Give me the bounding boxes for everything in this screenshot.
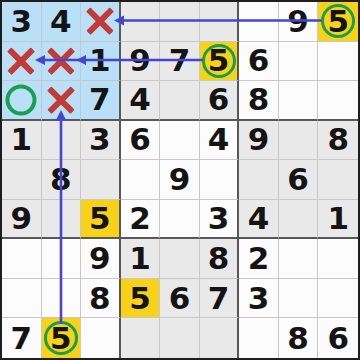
- digit: 7: [10, 323, 32, 354]
- digit: 1: [327, 203, 349, 234]
- cell-r4c5[interactable]: [160, 121, 200, 161]
- sudoku-app: 3495197567468136498896952341918285673758…: [0, 0, 360, 360]
- digit: 3: [248, 283, 270, 314]
- digit: 3: [10, 6, 32, 37]
- cell-r1c7[interactable]: [239, 2, 279, 42]
- cell-r8c6[interactable]: 7: [200, 279, 240, 319]
- cell-r7c4[interactable]: 1: [121, 239, 161, 279]
- cell-r2c4[interactable]: 9: [121, 42, 161, 82]
- cell-r9c5[interactable]: [160, 318, 200, 358]
- digit: 7: [169, 45, 191, 76]
- cell-r4c9[interactable]: 8: [318, 121, 358, 161]
- cell-r7c7[interactable]: 2: [239, 239, 279, 279]
- cell-r5c9[interactable]: [318, 160, 358, 200]
- cell-r6c6[interactable]: 3: [200, 200, 240, 240]
- cell-r1c9[interactable]: 5: [318, 2, 358, 42]
- x-elimination-mark: [46, 85, 76, 115]
- digit: 7: [208, 283, 230, 314]
- cell-r4c2[interactable]: [42, 121, 82, 161]
- cell-r3c4[interactable]: 4: [121, 81, 161, 121]
- cell-r3c7[interactable]: 8: [239, 81, 279, 121]
- cell-r3c8[interactable]: [279, 81, 319, 121]
- cell-r2c6[interactable]: 5: [200, 42, 240, 82]
- cell-r9c8[interactable]: 8: [279, 318, 319, 358]
- cell-r9c1[interactable]: 7: [2, 318, 42, 358]
- cell-r5c4[interactable]: [121, 160, 161, 200]
- cell-r4c1[interactable]: 1: [2, 121, 42, 161]
- cell-r7c9[interactable]: [318, 239, 358, 279]
- cell-r3c1[interactable]: [2, 81, 42, 121]
- cell-r4c4[interactable]: 6: [121, 121, 161, 161]
- cell-r9c9[interactable]: 6: [318, 318, 358, 358]
- digit: 8: [208, 243, 230, 274]
- digit: 6: [327, 323, 349, 354]
- digit: 3: [89, 124, 111, 155]
- cell-r3c9[interactable]: [318, 81, 358, 121]
- cell-r9c4[interactable]: [121, 318, 161, 358]
- digit: 9: [89, 243, 111, 274]
- cell-r6c9[interactable]: 1: [318, 200, 358, 240]
- cell-r7c3[interactable]: 9: [81, 239, 121, 279]
- digit: 6: [208, 84, 230, 115]
- cell-r6c3[interactable]: 5: [81, 200, 121, 240]
- cell-r8c3[interactable]: 8: [81, 279, 121, 319]
- digit: 8: [89, 283, 111, 314]
- cell-r5c2[interactable]: 8: [42, 160, 82, 200]
- cell-r3c3[interactable]: 7: [81, 81, 121, 121]
- cell-r2c8[interactable]: [279, 42, 319, 82]
- cell-r1c3[interactable]: [81, 2, 121, 42]
- cell-r5c7[interactable]: [239, 160, 279, 200]
- cell-r3c6[interactable]: 6: [200, 81, 240, 121]
- green-circle-digit-highlight: [202, 44, 236, 78]
- cell-r8c2[interactable]: [42, 279, 82, 319]
- cell-r6c4[interactable]: 2: [121, 200, 161, 240]
- cell-r5c3[interactable]: [81, 160, 121, 200]
- cell-r4c6[interactable]: 4: [200, 121, 240, 161]
- cell-r4c7[interactable]: 9: [239, 121, 279, 161]
- digit: 2: [248, 243, 270, 274]
- cell-r2c1[interactable]: [2, 42, 42, 82]
- digit: 4: [129, 84, 151, 115]
- cell-r3c2[interactable]: [42, 81, 82, 121]
- digit: 8: [327, 124, 349, 155]
- cell-r9c3[interactable]: [81, 318, 121, 358]
- digit: 8: [248, 84, 270, 115]
- cell-r2c3[interactable]: 1: [81, 42, 121, 82]
- digit: 9: [10, 203, 32, 234]
- sudoku-board: 3495197567468136498896952341918285673758…: [0, 0, 360, 360]
- cell-r8c1[interactable]: [2, 279, 42, 319]
- digit: 9: [287, 6, 309, 37]
- cell-r2c9[interactable]: [318, 42, 358, 82]
- cell-r9c6[interactable]: [200, 318, 240, 358]
- green-circle-placement-mark: [6, 84, 37, 115]
- cell-r7c6[interactable]: 8: [200, 239, 240, 279]
- digit: 1: [89, 45, 111, 76]
- cell-r6c7[interactable]: 4: [239, 200, 279, 240]
- digit: 6: [129, 124, 151, 155]
- cell-r5c6[interactable]: [200, 160, 240, 200]
- cell-r8c8[interactable]: [279, 279, 319, 319]
- x-elimination-mark: [46, 46, 76, 76]
- cell-r1c5[interactable]: [160, 2, 200, 42]
- cell-r7c5[interactable]: [160, 239, 200, 279]
- green-circle-digit-highlight: [44, 321, 78, 355]
- digit: 1: [129, 243, 151, 274]
- cell-r1c6[interactable]: [200, 2, 240, 42]
- digit: 4: [50, 6, 72, 37]
- cell-r4c3[interactable]: 3: [81, 121, 121, 161]
- cell-r1c2[interactable]: 4: [42, 2, 82, 42]
- cell-r9c7[interactable]: [239, 318, 279, 358]
- digit: 5: [129, 283, 151, 314]
- cell-r6c8[interactable]: [279, 200, 319, 240]
- digit: 6: [248, 45, 270, 76]
- cell-r5c1[interactable]: [2, 160, 42, 200]
- cell-r6c2[interactable]: [42, 200, 82, 240]
- cell-r1c1[interactable]: 3: [2, 2, 42, 42]
- cell-r4c8[interactable]: [279, 121, 319, 161]
- cell-r8c9[interactable]: [318, 279, 358, 319]
- cell-r8c4[interactable]: 5: [121, 279, 161, 319]
- digit: 9: [169, 164, 191, 195]
- cell-r2c2[interactable]: [42, 42, 82, 82]
- green-circle-digit-highlight: [321, 4, 355, 38]
- x-elimination-mark: [85, 6, 115, 36]
- cell-r7c2[interactable]: [42, 239, 82, 279]
- digit: 9: [248, 124, 270, 155]
- digit: 4: [248, 203, 270, 234]
- digit: 3: [208, 203, 230, 234]
- digit: 9: [129, 45, 151, 76]
- cell-r8c5[interactable]: 6: [160, 279, 200, 319]
- cell-r1c8[interactable]: 9: [279, 2, 319, 42]
- cell-r9c2[interactable]: 5: [42, 318, 82, 358]
- cell-r2c5[interactable]: 7: [160, 42, 200, 82]
- cell-r8c7[interactable]: 3: [239, 279, 279, 319]
- cell-r7c8[interactable]: [279, 239, 319, 279]
- digit: 7: [89, 84, 111, 115]
- cell-r3c5[interactable]: [160, 81, 200, 121]
- cell-r5c8[interactable]: 6: [279, 160, 319, 200]
- digit: 4: [208, 124, 230, 155]
- digit: 5: [89, 203, 111, 234]
- cell-r1c4[interactable]: [121, 2, 161, 42]
- x-elimination-mark: [6, 46, 36, 76]
- digit: 8: [287, 323, 309, 354]
- digit: 6: [287, 164, 309, 195]
- cell-r2c7[interactable]: 6: [239, 42, 279, 82]
- cell-r5c5[interactable]: 9: [160, 160, 200, 200]
- cell-r6c5[interactable]: [160, 200, 200, 240]
- cell-r6c1[interactable]: 9: [2, 200, 42, 240]
- digit: 8: [50, 164, 72, 195]
- digit: 6: [169, 283, 191, 314]
- cell-r7c1[interactable]: [2, 239, 42, 279]
- digit: 1: [10, 124, 32, 155]
- digit: 2: [129, 203, 151, 234]
